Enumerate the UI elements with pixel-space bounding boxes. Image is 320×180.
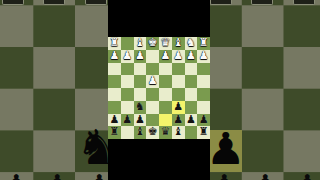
black-knight[interactable]: ♞ [134,101,147,114]
white-bishop[interactable]: ♝ [172,37,185,50]
white-king[interactable]: ♚ [146,37,159,50]
square-f3[interactable] [134,63,147,76]
chess-board[interactable]: ♜♝♚♛♝♞♜♟♟♟♟♟♟♟♟♞♟♟♟♟♟♟♟♜♝♚♛♝♜ [108,37,210,139]
background-piece-base [43,0,65,5]
background-pawn-top: ♟ [294,171,320,180]
white-pawn[interactable]: ♟ [121,50,134,63]
white-pawn[interactable]: ♟ [159,50,172,63]
square-a1[interactable]: ♜ [197,37,210,50]
square-a4[interactable] [197,75,210,88]
square-f1[interactable]: ♝ [134,37,147,50]
black-pawn[interactable]: ♟ [185,114,198,127]
square-d3[interactable] [159,63,172,76]
square-a6[interactable] [197,101,210,114]
square-g5[interactable] [121,88,134,101]
square-b5[interactable] [185,88,198,101]
square-a5[interactable] [197,88,210,101]
square-e6[interactable] [146,101,159,114]
black-queen[interactable]: ♛ [159,126,172,139]
white-pawn[interactable]: ♟ [172,50,185,63]
white-pawn[interactable]: ♟ [146,75,159,88]
square-e2[interactable] [146,50,159,63]
background-piece-base [85,0,107,5]
square-b6[interactable] [185,101,198,114]
video-frame: ♞ ♟ ♟ ♟ ♟ ♟ ♟ ♟ ♜♝♚♛♝♞♜♟♟♟♟♟♟♟♟♞♟♟♟♟♟♟♟♜… [0,0,320,180]
black-king[interactable]: ♚ [146,126,159,139]
background-pawn-silhouette-c6: ♟ [206,127,245,171]
square-b1[interactable]: ♞ [185,37,198,50]
white-bishop[interactable]: ♝ [134,37,147,50]
square-h5[interactable] [108,88,121,101]
square-d1[interactable]: ♛ [159,37,172,50]
white-rook[interactable]: ♜ [197,37,210,50]
square-e4[interactable]: ♟ [146,75,159,88]
background-pawn-top: ♟ [211,171,238,180]
square-b4[interactable] [185,75,198,88]
square-g1[interactable] [121,37,134,50]
square-c8[interactable]: ♝ [172,126,185,139]
background-pawn-top: ♟ [44,171,71,180]
square-d2[interactable]: ♟ [159,50,172,63]
square-h1[interactable]: ♜ [108,37,121,50]
background-piece-base [293,0,315,5]
square-e1[interactable]: ♚ [146,37,159,50]
square-g3[interactable] [121,63,134,76]
square-e8[interactable]: ♚ [146,126,159,139]
white-pawn[interactable]: ♟ [134,50,147,63]
background-piece-base [210,0,232,5]
white-pawn[interactable]: ♟ [185,50,198,63]
background-pawn-top: ♟ [3,171,30,180]
square-f2[interactable]: ♟ [134,50,147,63]
background-piece-base [2,0,24,5]
square-d8[interactable]: ♛ [159,126,172,139]
square-a8[interactable]: ♜ [197,126,210,139]
square-d6[interactable] [159,101,172,114]
square-c5[interactable] [172,88,185,101]
black-bishop[interactable]: ♝ [134,126,147,139]
square-f6[interactable]: ♞ [134,101,147,114]
white-pawn[interactable]: ♟ [108,50,121,63]
square-b7[interactable]: ♟ [185,114,198,127]
square-c2[interactable]: ♟ [172,50,185,63]
square-g4[interactable] [121,75,134,88]
black-rook[interactable]: ♜ [108,126,121,139]
black-bishop[interactable]: ♝ [172,126,185,139]
square-h8[interactable]: ♜ [108,126,121,139]
background-piece-base [251,0,273,5]
square-g6[interactable] [121,101,134,114]
square-f8[interactable]: ♝ [134,126,147,139]
square-b8[interactable] [185,126,198,139]
square-h6[interactable] [108,101,121,114]
square-c6[interactable]: ♟ [172,101,185,114]
square-h3[interactable] [108,63,121,76]
square-f5[interactable] [134,88,147,101]
white-rook[interactable]: ♜ [108,37,121,50]
square-f4[interactable] [134,75,147,88]
square-a2[interactable]: ♟ [197,50,210,63]
square-b3[interactable] [185,63,198,76]
square-g8[interactable] [121,126,134,139]
square-d5[interactable] [159,88,172,101]
black-pawn[interactable]: ♟ [121,114,134,127]
square-h4[interactable] [108,75,121,88]
square-d4[interactable] [159,75,172,88]
black-pawn[interactable]: ♟ [172,101,185,114]
square-c3[interactable] [172,63,185,76]
square-b2[interactable]: ♟ [185,50,198,63]
square-g7[interactable]: ♟ [121,114,134,127]
white-queen[interactable]: ♛ [159,37,172,50]
square-h2[interactable]: ♟ [108,50,121,63]
white-knight[interactable]: ♞ [185,37,198,50]
square-c1[interactable]: ♝ [172,37,185,50]
square-a3[interactable] [197,63,210,76]
black-rook[interactable]: ♜ [197,126,210,139]
square-c4[interactable] [172,75,185,88]
white-pawn[interactable]: ♟ [197,50,210,63]
square-g2[interactable]: ♟ [121,50,134,63]
square-e5[interactable] [146,88,159,101]
background-pawn-top: ♟ [252,171,279,180]
